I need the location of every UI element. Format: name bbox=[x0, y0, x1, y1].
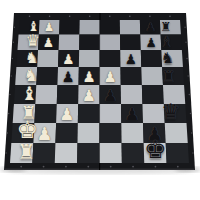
square-g3 bbox=[142, 104, 164, 123]
square-d1 bbox=[77, 143, 99, 163]
frame-tick-top bbox=[109, 15, 111, 17]
square-f8 bbox=[120, 20, 141, 35]
square-b1 bbox=[32, 143, 55, 163]
frame-tick-right bbox=[189, 94, 190, 95]
square-h5 bbox=[162, 67, 184, 85]
square-h7 bbox=[161, 35, 182, 51]
frame-tick-top bbox=[149, 15, 151, 17]
square-c1 bbox=[55, 143, 78, 163]
frame-tick-top bbox=[169, 15, 171, 17]
square-g2 bbox=[143, 123, 166, 143]
frame-tick-top bbox=[29, 15, 31, 17]
frame-tick-right bbox=[184, 27, 185, 28]
square-f4 bbox=[121, 85, 143, 104]
square-d8 bbox=[79, 20, 99, 35]
frame-tick-left bbox=[14, 27, 15, 28]
frame-tick-left bbox=[9, 94, 10, 95]
frame-tick-bottom bbox=[110, 166, 112, 168]
square-d2 bbox=[77, 123, 99, 143]
square-c5 bbox=[57, 67, 78, 85]
square-h6 bbox=[161, 50, 183, 67]
square-e3 bbox=[100, 104, 122, 123]
product-photo: ♝♟♟♜♛♟♟♝♞♟♟♞♞♟♟♟♜♝♟♟♜♟♟♛♚♟♟♜♚ bbox=[0, 0, 200, 200]
square-c6 bbox=[58, 50, 79, 67]
square-a1 bbox=[10, 143, 33, 163]
frame-tick-bottom bbox=[132, 166, 134, 168]
frame-tick-bottom bbox=[43, 166, 45, 168]
frame-tick-top bbox=[69, 15, 71, 17]
square-a2 bbox=[11, 123, 34, 143]
square-g5 bbox=[141, 67, 163, 85]
square-b4 bbox=[35, 85, 57, 104]
square-g4 bbox=[142, 85, 164, 104]
frame-tick-left bbox=[7, 132, 8, 133]
square-a7 bbox=[18, 35, 39, 51]
square-f1 bbox=[122, 143, 145, 163]
square-d7 bbox=[79, 35, 100, 51]
frame-tick-bottom bbox=[20, 166, 22, 168]
square-g7 bbox=[140, 35, 161, 51]
square-h2 bbox=[165, 123, 188, 143]
square-b7 bbox=[38, 35, 59, 51]
frame-tick-bottom bbox=[87, 166, 89, 168]
square-c2 bbox=[55, 123, 77, 143]
square-f3 bbox=[121, 104, 143, 123]
frame-tick-left bbox=[12, 58, 13, 59]
square-e6 bbox=[100, 50, 121, 67]
frame-tick-left bbox=[10, 75, 11, 76]
frame-tick-top bbox=[49, 15, 51, 17]
frame-tick-bottom bbox=[155, 166, 157, 168]
frame-tick-right bbox=[187, 75, 188, 76]
square-b5 bbox=[36, 67, 58, 85]
square-b3 bbox=[34, 104, 56, 123]
frame-tick-right bbox=[185, 42, 186, 43]
square-c7 bbox=[59, 35, 80, 51]
square-e2 bbox=[100, 123, 122, 143]
frame-tick-right bbox=[191, 132, 192, 133]
square-c4 bbox=[57, 85, 79, 104]
frame-tick-left bbox=[8, 113, 9, 114]
square-b6 bbox=[37, 50, 58, 67]
square-d5 bbox=[79, 67, 100, 85]
square-f7 bbox=[120, 35, 141, 51]
square-e7 bbox=[100, 35, 121, 51]
square-a6 bbox=[16, 50, 38, 67]
square-h1 bbox=[166, 143, 189, 163]
square-e8 bbox=[100, 20, 120, 35]
square-c3 bbox=[56, 104, 78, 123]
square-a8 bbox=[19, 20, 40, 35]
square-c8 bbox=[59, 20, 80, 35]
frame-tick-bottom bbox=[65, 166, 67, 168]
frame-tick-bottom bbox=[177, 166, 179, 168]
square-h4 bbox=[163, 85, 185, 104]
chessboard bbox=[0, 0, 200, 200]
square-f5 bbox=[120, 67, 141, 85]
frame-tick-top bbox=[129, 15, 131, 17]
square-f6 bbox=[120, 50, 141, 67]
square-h3 bbox=[164, 104, 187, 123]
square-d6 bbox=[79, 50, 100, 67]
square-a4 bbox=[14, 85, 36, 104]
square-e4 bbox=[100, 85, 121, 104]
frame-tick-top bbox=[89, 15, 91, 17]
square-e1 bbox=[100, 143, 122, 163]
square-d4 bbox=[78, 85, 99, 104]
square-d3 bbox=[78, 104, 100, 123]
square-g1 bbox=[144, 143, 167, 163]
square-e5 bbox=[100, 67, 121, 85]
square-g6 bbox=[141, 50, 162, 67]
frame-tick-left bbox=[5, 152, 6, 153]
frame-tick-left bbox=[13, 42, 14, 43]
square-b8 bbox=[39, 20, 60, 35]
frame-tick-right bbox=[192, 152, 193, 153]
square-h8 bbox=[160, 20, 181, 35]
square-b2 bbox=[33, 123, 56, 143]
frame-tick-right bbox=[190, 113, 191, 114]
frame-tick-right bbox=[186, 58, 187, 59]
square-f2 bbox=[121, 123, 143, 143]
square-a3 bbox=[13, 104, 36, 123]
square-g8 bbox=[140, 20, 161, 35]
square-a5 bbox=[15, 67, 37, 85]
